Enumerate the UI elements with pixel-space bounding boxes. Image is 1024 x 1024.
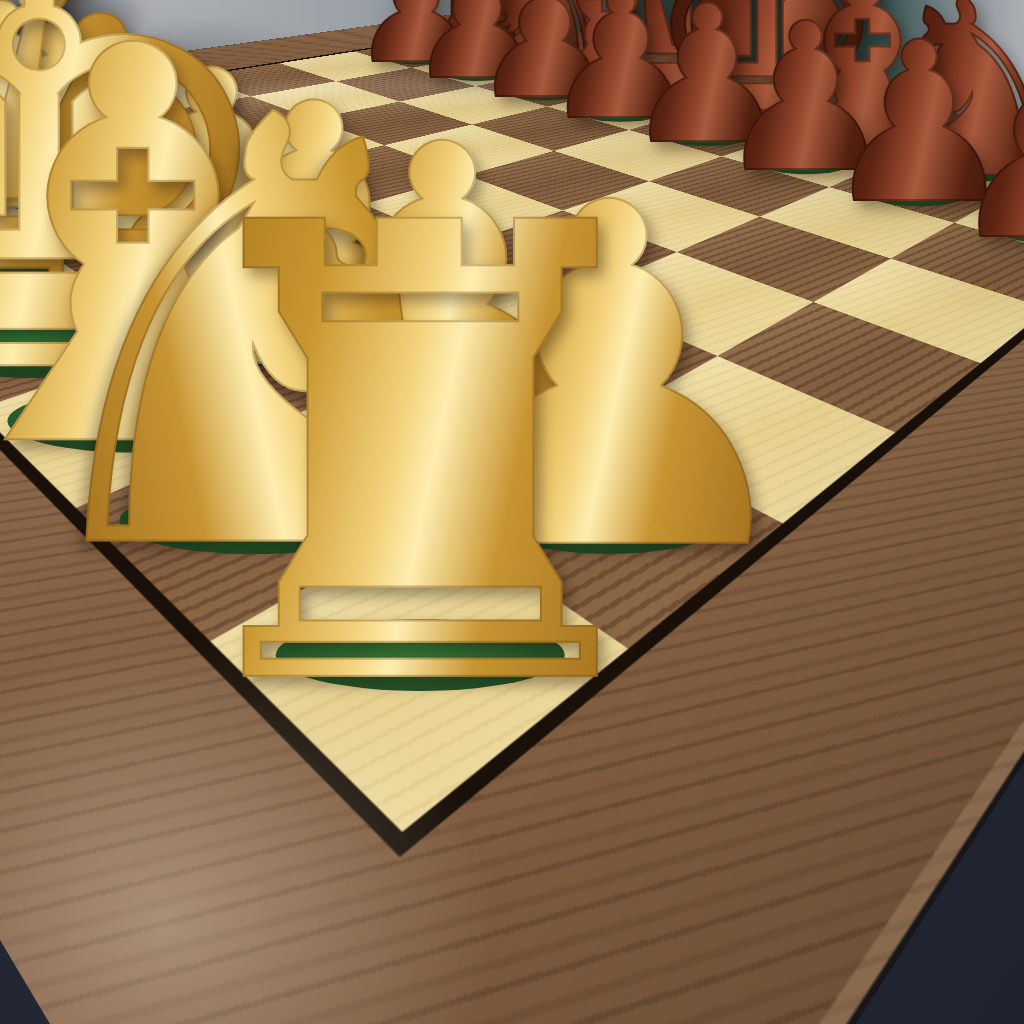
chess-photo-stage: ♜♞♝♛♚♝♞♜♟♟♟♟♟♟♟♟♟♟♟♟♟♟♟♟♜♞♝♛♚♝♞♜ [0, 0, 1024, 1024]
playing-area [0, 32, 1024, 832]
chess-board [0, 10, 1024, 1024]
camera-tilt-wrapper [0, 0, 1024, 1024]
perspective-container [0, 0, 1024, 1024]
